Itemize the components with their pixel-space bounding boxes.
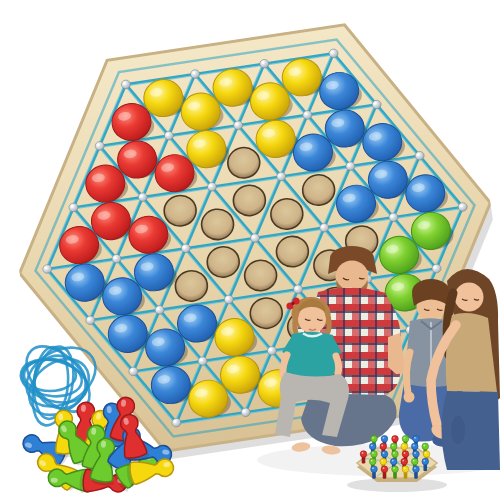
mother-jeans xyxy=(442,391,500,470)
mini-peg-blue xyxy=(422,458,429,465)
mini-peg-blue xyxy=(413,451,420,458)
mini-peg-yellow xyxy=(423,451,430,458)
daughter-tshirt xyxy=(285,332,340,378)
mini-peg-green xyxy=(369,458,376,465)
father-right-forearm xyxy=(388,333,405,374)
mini-peg-red xyxy=(401,458,408,465)
mini-peg-blue xyxy=(411,443,418,450)
mini-peg-green xyxy=(392,466,399,473)
mini-peg-red xyxy=(392,436,399,443)
mini-peg-blue xyxy=(390,458,397,465)
mini-peg-green xyxy=(411,458,418,465)
mini-peg-green xyxy=(371,451,378,458)
mini-peg-yellow xyxy=(380,458,387,465)
mother-face xyxy=(455,283,484,312)
mini-peg-blue xyxy=(371,466,378,473)
mini-peg-green xyxy=(371,436,378,443)
mini-peg-green xyxy=(392,451,399,458)
mini-peg-red xyxy=(380,443,387,450)
photo-overlay xyxy=(0,0,500,500)
mini-peg-blue xyxy=(413,466,420,473)
son-hand xyxy=(404,392,415,403)
daughter-bow-knot xyxy=(291,302,295,306)
mother-knee xyxy=(451,416,465,444)
mini-peg-yellow xyxy=(401,443,408,450)
mini-peg-blue xyxy=(381,451,388,458)
mini-peg-red xyxy=(360,451,367,458)
mini-peg-blue xyxy=(369,443,376,450)
mini-peg-yellow xyxy=(402,466,409,473)
product-photo xyxy=(0,0,500,500)
mini-peg-blue xyxy=(381,436,388,443)
family-photo xyxy=(257,246,500,476)
mini-peg-red xyxy=(402,451,409,458)
mini-peg-blue xyxy=(413,436,420,443)
mini-peg-green xyxy=(422,443,429,450)
mini-peg-red xyxy=(381,466,388,473)
mini-peg-green xyxy=(402,436,409,443)
peg-pile xyxy=(20,396,176,497)
mini-peg-green xyxy=(390,443,397,450)
